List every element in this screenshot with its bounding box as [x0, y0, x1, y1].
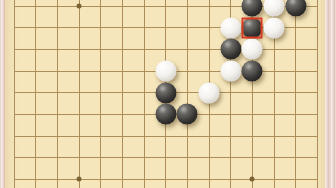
grid-line-vertical [35, 0, 36, 188]
grid-line-vertical [187, 0, 188, 188]
white-stone [264, 17, 285, 38]
black-stone [155, 104, 176, 125]
grid-line-vertical [122, 0, 123, 188]
black-stone [177, 104, 198, 125]
gomoku-board[interactable] [5, 0, 325, 188]
white-stone [220, 61, 241, 82]
grid-line-vertical [57, 0, 58, 188]
grid-line-vertical [144, 0, 145, 188]
grid-line-vertical [79, 0, 80, 188]
grid-line-vertical [14, 0, 15, 188]
white-stone [264, 0, 285, 17]
grid-line-vertical [100, 0, 101, 188]
white-stone [155, 61, 176, 82]
grid-line-vertical [317, 0, 318, 188]
white-stone [220, 17, 241, 38]
white-stone [242, 39, 263, 60]
star-point [77, 4, 82, 9]
game-screenshot [0, 0, 336, 188]
black-stone [285, 0, 306, 17]
black-stone [242, 61, 263, 82]
grid-line-vertical [295, 0, 296, 188]
black-stone [220, 39, 241, 60]
black-stone [242, 0, 263, 17]
black-stone [155, 82, 176, 103]
white-stone [199, 82, 220, 103]
last-move-marker [242, 17, 263, 38]
star-point [250, 177, 255, 182]
star-point [77, 177, 82, 182]
